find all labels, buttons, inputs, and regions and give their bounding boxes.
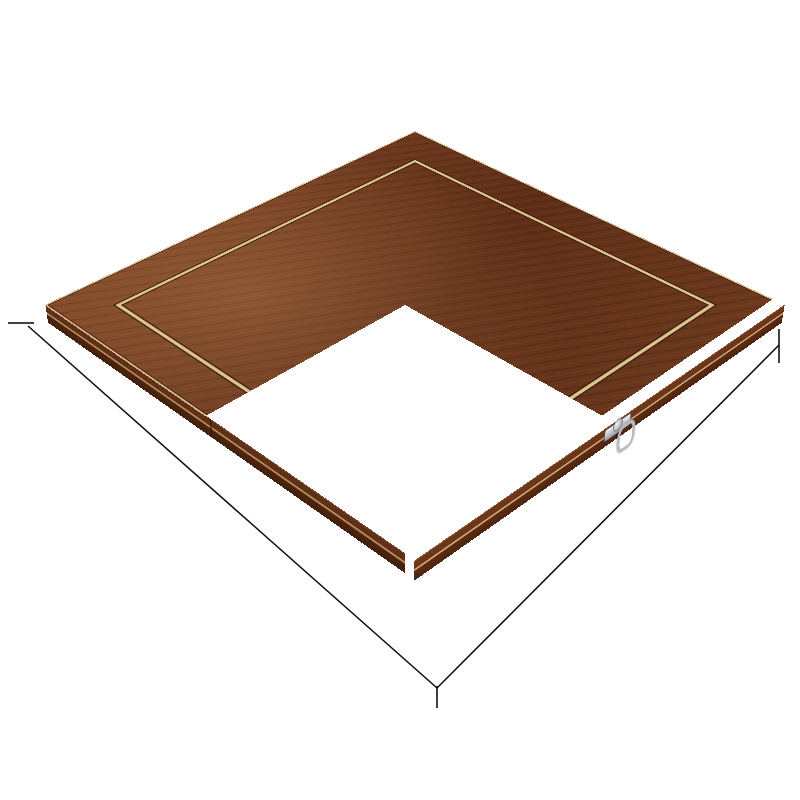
board-perspective-wrapper bbox=[153, 43, 677, 567]
playing-area bbox=[115, 160, 715, 504]
chess-board bbox=[44, 131, 785, 561]
product-photo bbox=[0, 0, 800, 800]
board-frame bbox=[44, 131, 785, 561]
